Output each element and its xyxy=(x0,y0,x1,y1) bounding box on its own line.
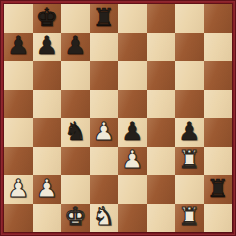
square-g5[interactable] xyxy=(175,90,204,119)
square-f1[interactable] xyxy=(147,204,176,233)
chess-board-frame: ♚♜♟♟♟♞♟♟♟♟♜♟♟♜♚♞♜ xyxy=(0,0,236,236)
square-b6[interactable] xyxy=(33,61,62,90)
square-g4[interactable]: ♟ xyxy=(175,118,204,147)
square-b7[interactable]: ♟ xyxy=(33,33,62,62)
square-f7[interactable] xyxy=(147,33,176,62)
square-a3[interactable] xyxy=(4,147,33,176)
square-c2[interactable] xyxy=(61,175,90,204)
square-d6[interactable] xyxy=(90,61,119,90)
square-h4[interactable] xyxy=(204,118,233,147)
black-pawn[interactable]: ♟ xyxy=(36,33,58,58)
square-b5[interactable] xyxy=(33,90,62,119)
black-pawn[interactable]: ♟ xyxy=(178,119,200,144)
square-e4[interactable]: ♟ xyxy=(118,118,147,147)
square-f4[interactable] xyxy=(147,118,176,147)
white-pawn[interactable]: ♟ xyxy=(93,119,115,144)
square-b3[interactable] xyxy=(33,147,62,176)
square-g8[interactable] xyxy=(175,4,204,33)
square-g2[interactable] xyxy=(175,175,204,204)
square-h1[interactable] xyxy=(204,204,233,233)
square-a8[interactable] xyxy=(4,4,33,33)
black-king[interactable]: ♚ xyxy=(36,5,58,30)
square-a7[interactable]: ♟ xyxy=(4,33,33,62)
square-d4[interactable]: ♟ xyxy=(90,118,119,147)
square-e2[interactable] xyxy=(118,175,147,204)
square-f5[interactable] xyxy=(147,90,176,119)
square-d2[interactable] xyxy=(90,175,119,204)
square-c3[interactable] xyxy=(61,147,90,176)
square-f2[interactable] xyxy=(147,175,176,204)
square-c8[interactable] xyxy=(61,4,90,33)
square-e6[interactable] xyxy=(118,61,147,90)
square-d5[interactable] xyxy=(90,90,119,119)
square-h6[interactable] xyxy=(204,61,233,90)
square-f6[interactable] xyxy=(147,61,176,90)
square-b2[interactable]: ♟ xyxy=(33,175,62,204)
square-e7[interactable] xyxy=(118,33,147,62)
white-rook[interactable]: ♜ xyxy=(178,147,200,172)
square-b1[interactable] xyxy=(33,204,62,233)
square-c5[interactable] xyxy=(61,90,90,119)
square-e1[interactable] xyxy=(118,204,147,233)
square-g3[interactable]: ♜ xyxy=(175,147,204,176)
square-e8[interactable] xyxy=(118,4,147,33)
square-c7[interactable]: ♟ xyxy=(61,33,90,62)
white-pawn[interactable]: ♟ xyxy=(7,176,29,201)
square-e5[interactable] xyxy=(118,90,147,119)
black-knight[interactable]: ♞ xyxy=(64,119,86,144)
square-d1[interactable]: ♞ xyxy=(90,204,119,233)
black-rook[interactable]: ♜ xyxy=(207,176,229,201)
square-h2[interactable]: ♜ xyxy=(204,175,233,204)
square-g6[interactable] xyxy=(175,61,204,90)
square-d8[interactable]: ♜ xyxy=(90,4,119,33)
square-d7[interactable] xyxy=(90,33,119,62)
chess-board: ♚♜♟♟♟♞♟♟♟♟♜♟♟♜♚♞♜ xyxy=(4,4,232,232)
square-a6[interactable] xyxy=(4,61,33,90)
white-knight[interactable]: ♞ xyxy=(93,204,115,229)
black-pawn[interactable]: ♟ xyxy=(121,119,143,144)
white-pawn[interactable]: ♟ xyxy=(121,147,143,172)
square-h5[interactable] xyxy=(204,90,233,119)
square-b8[interactable]: ♚ xyxy=(33,4,62,33)
black-pawn[interactable]: ♟ xyxy=(64,33,86,58)
square-e3[interactable]: ♟ xyxy=(118,147,147,176)
square-f8[interactable] xyxy=(147,4,176,33)
square-c4[interactable]: ♞ xyxy=(61,118,90,147)
square-c6[interactable] xyxy=(61,61,90,90)
white-rook[interactable]: ♜ xyxy=(178,204,200,229)
square-h8[interactable] xyxy=(204,4,233,33)
square-a5[interactable] xyxy=(4,90,33,119)
white-king[interactable]: ♚ xyxy=(64,204,86,229)
white-pawn[interactable]: ♟ xyxy=(36,176,58,201)
square-g1[interactable]: ♜ xyxy=(175,204,204,233)
square-h7[interactable] xyxy=(204,33,233,62)
square-b4[interactable] xyxy=(33,118,62,147)
square-a1[interactable] xyxy=(4,204,33,233)
black-pawn[interactable]: ♟ xyxy=(7,33,29,58)
square-c1[interactable]: ♚ xyxy=(61,204,90,233)
square-f3[interactable] xyxy=(147,147,176,176)
black-rook[interactable]: ♜ xyxy=(93,5,115,30)
square-a4[interactable] xyxy=(4,118,33,147)
square-d3[interactable] xyxy=(90,147,119,176)
square-a2[interactable]: ♟ xyxy=(4,175,33,204)
square-h3[interactable] xyxy=(204,147,233,176)
square-g7[interactable] xyxy=(175,33,204,62)
